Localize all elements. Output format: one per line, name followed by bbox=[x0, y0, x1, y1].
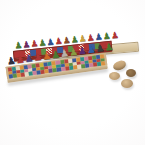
pawn-piece: ♟ bbox=[104, 42, 114, 53]
loose-wooden-disc-2 bbox=[121, 79, 133, 88]
pawn-piece: ♟ bbox=[110, 31, 119, 41]
loose-wooden-die bbox=[126, 69, 136, 77]
track-cell bbox=[101, 62, 106, 66]
loose-wooden-disc-1 bbox=[109, 72, 120, 80]
photo-scene: ♟♟♟♟♟♟♟♟♟♟♟♟♟ ♟♟♟♟♟♟♟♟♟♟♟♟ bbox=[0, 0, 145, 145]
loose-wooden-figure bbox=[112, 60, 127, 72]
